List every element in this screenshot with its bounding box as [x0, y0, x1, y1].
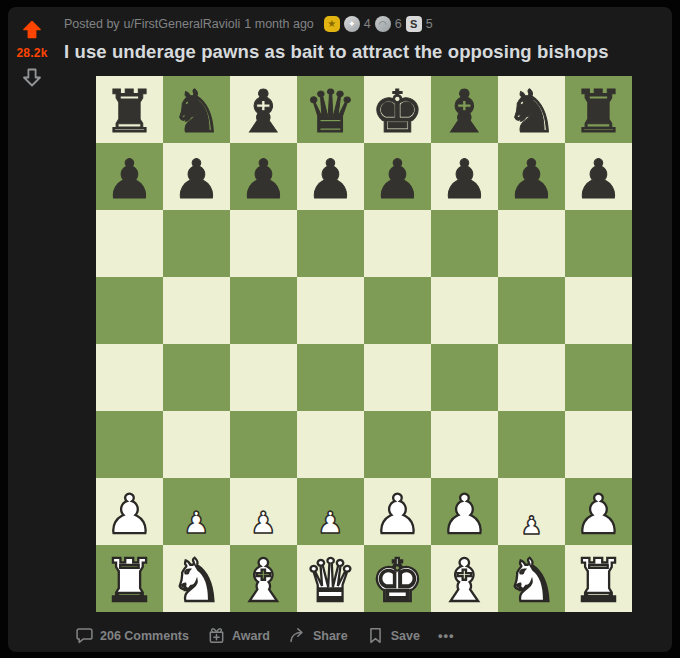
white-pawn-b2: ♟ [183, 508, 210, 538]
white-king-e1: ♚ [371, 551, 424, 610]
action-bar: 206 Comments Award Share [56, 621, 672, 650]
white-knight-g1: ♞ [505, 551, 558, 610]
white-queen-d1: ♛ [304, 551, 357, 610]
square-c6[interactable] [230, 210, 297, 277]
white-pawn-f2: ♟ [440, 488, 488, 542]
black-pawn-b7: ♟ [172, 153, 220, 207]
square-a8[interactable]: ♜ [96, 76, 163, 143]
gold-crown-award-icon[interactable]: ★ [324, 16, 340, 32]
square-d2[interactable]: ♟ [297, 478, 364, 545]
award-icon [207, 626, 226, 645]
black-pawn-f7: ♟ [440, 153, 488, 207]
square-d6[interactable] [297, 210, 364, 277]
black-bishop-c8: ♝ [237, 82, 290, 141]
white-rook-a1: ♜ [103, 551, 156, 610]
white-bishop-f1: ♝ [438, 551, 491, 610]
square-b8[interactable]: ♞ [163, 76, 230, 143]
upvote-arrow-icon[interactable] [21, 19, 43, 41]
square-c3[interactable] [230, 411, 297, 478]
author-link[interactable]: u/FirstGeneralRavioli [124, 17, 241, 31]
square-e3[interactable] [364, 411, 431, 478]
black-pawn-g7: ♟ [507, 153, 555, 207]
post-title[interactable]: I use underage pawns as bait to attract … [56, 41, 672, 63]
square-g8[interactable]: ♞ [498, 76, 565, 143]
square-h5[interactable] [565, 277, 632, 344]
square-e7[interactable]: ♟ [364, 143, 431, 210]
black-pawn-a7: ♟ [105, 153, 153, 207]
square-b7[interactable]: ♟ [163, 143, 230, 210]
square-b4[interactable] [163, 344, 230, 411]
square-f2[interactable]: ♟ [431, 478, 498, 545]
black-rook-h8: ♜ [572, 82, 625, 141]
square-f8[interactable]: ♝ [431, 76, 498, 143]
white-knight-b1: ♞ [170, 551, 223, 610]
comment-icon [75, 626, 94, 645]
square-f7[interactable]: ♟ [431, 143, 498, 210]
award-button[interactable]: Award [198, 621, 279, 650]
share-label: Share [313, 629, 348, 643]
square-g2[interactable]: ♟ [498, 478, 565, 545]
square-a1[interactable]: ♜ [96, 545, 163, 612]
black-king-e8: ♚ [371, 82, 424, 141]
square-b5[interactable] [163, 277, 230, 344]
vote-column: 28.2k [8, 7, 56, 652]
black-queen-d8: ♛ [304, 82, 357, 141]
square-a5[interactable] [96, 277, 163, 344]
wholesome-award-icon[interactable]: ◠ [375, 16, 391, 32]
save-label: Save [391, 629, 420, 643]
awards-row: ★ ✦ 4 ◠ 6 S 5 [324, 16, 433, 32]
square-e5[interactable] [364, 277, 431, 344]
black-pawn-e7: ♟ [373, 153, 421, 207]
square-f3[interactable] [431, 411, 498, 478]
square-c5[interactable] [230, 277, 297, 344]
square-h2[interactable]: ♟ [565, 478, 632, 545]
comments-button[interactable]: 206 Comments [66, 621, 198, 650]
post-content: Posted by u/FirstGeneralRavioli 1 month … [56, 7, 672, 652]
square-f5[interactable] [431, 277, 498, 344]
chess-board: ♜♞♝♛♚♝♞♜♟♟♟♟♟♟♟♟♟♟♟♟♟♟♟♟♜♞♝♛♚♝♞♜ [96, 76, 632, 612]
vote-score: 28.2k [16, 46, 47, 60]
square-e6[interactable] [364, 210, 431, 277]
square-c7[interactable]: ♟ [230, 143, 297, 210]
square-h8[interactable]: ♜ [565, 76, 632, 143]
post-card: 28.2k Posted by u/FirstGeneralRavioli 1 … [8, 7, 672, 652]
square-h6[interactable] [565, 210, 632, 277]
square-a2[interactable]: ♟ [96, 478, 163, 545]
black-pawn-d7: ♟ [306, 153, 354, 207]
square-c4[interactable] [230, 344, 297, 411]
square-h4[interactable] [565, 344, 632, 411]
share-icon [288, 626, 307, 645]
black-pawn-c7: ♟ [239, 153, 287, 207]
black-rook-a8: ♜ [103, 82, 156, 141]
black-pawn-h7: ♟ [574, 153, 622, 207]
square-h1[interactable]: ♜ [565, 545, 632, 612]
white-pawn-a2: ♟ [105, 488, 153, 542]
downvote-arrow-icon[interactable] [21, 66, 43, 88]
black-knight-g8: ♞ [505, 82, 558, 141]
square-d8[interactable]: ♛ [297, 76, 364, 143]
square-g3[interactable] [498, 411, 565, 478]
board-image: ♜♞♝♛♚♝♞♜♟♟♟♟♟♟♟♟♟♟♟♟♟♟♟♟♜♞♝♛♚♝♞♜ [96, 76, 632, 612]
square-d7[interactable]: ♟ [297, 143, 364, 210]
square-b1[interactable]: ♞ [163, 545, 230, 612]
award-label: Award [232, 629, 270, 643]
square-a4[interactable] [96, 344, 163, 411]
black-knight-b8: ♞ [170, 82, 223, 141]
white-pawn-c2: ♟ [250, 508, 277, 538]
square-e2[interactable]: ♟ [364, 478, 431, 545]
square-e1[interactable]: ♚ [364, 545, 431, 612]
save-button[interactable]: Save [357, 621, 429, 650]
award-count: 5 [426, 17, 433, 31]
square-a6[interactable] [96, 210, 163, 277]
more-options-button[interactable]: ••• [429, 623, 464, 648]
square-c2[interactable]: ♟ [230, 478, 297, 545]
share-button[interactable]: Share [279, 621, 357, 650]
award-count: 4 [364, 17, 371, 31]
black-bishop-f8: ♝ [438, 82, 491, 141]
white-pawn-g2: ♟ [520, 513, 542, 538]
square-d3[interactable] [297, 411, 364, 478]
white-rook-h1: ♜ [572, 551, 625, 610]
square-b2[interactable]: ♟ [163, 478, 230, 545]
square-g7[interactable]: ♟ [498, 143, 565, 210]
square-e8[interactable]: ♚ [364, 76, 431, 143]
square-h7[interactable]: ♟ [565, 143, 632, 210]
silver-award-icon[interactable]: ✦ [344, 16, 360, 32]
square-g5[interactable] [498, 277, 565, 344]
square-f6[interactable] [431, 210, 498, 277]
square-f1[interactable]: ♝ [431, 545, 498, 612]
square-b3[interactable] [163, 411, 230, 478]
square-a7[interactable]: ♟ [96, 143, 163, 210]
more-icon: ••• [438, 628, 455, 643]
white-bishop-c1: ♝ [237, 551, 290, 610]
square-h3[interactable] [565, 411, 632, 478]
square-e4[interactable] [364, 344, 431, 411]
award-count: 6 [395, 17, 402, 31]
square-d5[interactable] [297, 277, 364, 344]
square-d4[interactable] [297, 344, 364, 411]
square-a3[interactable] [96, 411, 163, 478]
byline-prefix: Posted by [64, 17, 120, 31]
white-pawn-d2: ♟ [317, 508, 344, 538]
square-c8[interactable]: ♝ [230, 76, 297, 143]
white-pawn-h2: ♟ [574, 488, 622, 542]
square-g1[interactable]: ♞ [498, 545, 565, 612]
save-icon [366, 626, 385, 645]
square-g4[interactable] [498, 344, 565, 411]
square-b6[interactable] [163, 210, 230, 277]
square-d1[interactable]: ♛ [297, 545, 364, 612]
white-pawn-e2: ♟ [373, 488, 421, 542]
square-g6[interactable] [498, 210, 565, 277]
byline: Posted by u/FirstGeneralRavioli 1 month … [56, 15, 672, 33]
posted-time: 1 month ago [244, 17, 314, 31]
comments-label: 206 Comments [100, 629, 189, 643]
square-f4[interactable] [431, 344, 498, 411]
s-badge-award-icon[interactable]: S [406, 16, 422, 32]
square-c1[interactable]: ♝ [230, 545, 297, 612]
